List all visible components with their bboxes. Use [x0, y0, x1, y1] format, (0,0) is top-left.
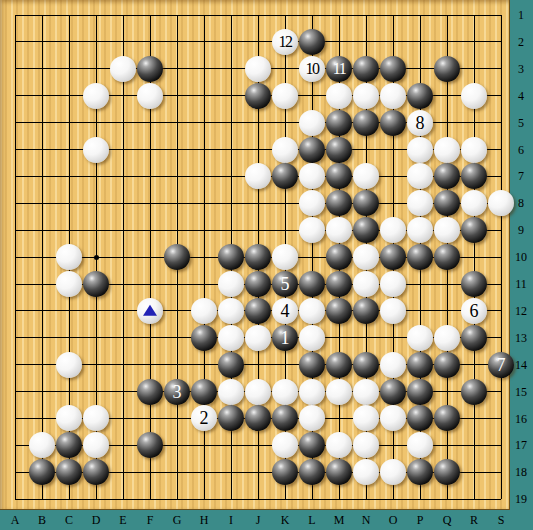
board-point-O12[interactable]: [380, 297, 407, 324]
board-point-G5[interactable]: [164, 109, 191, 136]
board-point-C12[interactable]: [56, 297, 83, 324]
board-point-I19[interactable]: [218, 486, 245, 513]
board-point-Q14[interactable]: [434, 351, 461, 378]
board-point-Q6[interactable]: [434, 136, 461, 163]
board-point-G4[interactable]: [164, 82, 191, 109]
board-point-J4[interactable]: [245, 82, 272, 109]
board-point-O16[interactable]: [380, 405, 407, 432]
board-point-E7[interactable]: [110, 163, 137, 190]
board-point-A16[interactable]: [2, 405, 29, 432]
board-point-C5[interactable]: [56, 109, 83, 136]
board-point-C15[interactable]: [56, 378, 83, 405]
board-point-K5[interactable]: [272, 109, 299, 136]
board-point-Q17[interactable]: [434, 432, 461, 459]
board-point-Q15[interactable]: [434, 378, 461, 405]
board-point-B12[interactable]: [29, 297, 56, 324]
board-point-B11[interactable]: [29, 271, 56, 298]
board-point-R4[interactable]: [461, 82, 488, 109]
board-point-K10[interactable]: [272, 244, 299, 271]
board-point-H11[interactable]: [191, 271, 218, 298]
board-point-B19[interactable]: [29, 486, 56, 513]
board-point-F7[interactable]: [137, 163, 164, 190]
board-point-E8[interactable]: [110, 190, 137, 217]
board-point-N6[interactable]: [353, 136, 380, 163]
board-point-H2[interactable]: [191, 28, 218, 55]
board-point-N3[interactable]: [353, 55, 380, 82]
board-point-N2[interactable]: [353, 28, 380, 55]
board-point-L18[interactable]: [299, 459, 326, 486]
board-point-I5[interactable]: [218, 109, 245, 136]
board-point-G15[interactable]: 3: [164, 378, 191, 405]
board-point-I9[interactable]: [218, 217, 245, 244]
board-point-Q4[interactable]: [434, 82, 461, 109]
board-point-N18[interactable]: [353, 459, 380, 486]
board-point-M6[interactable]: [326, 136, 353, 163]
board-point-N19[interactable]: [353, 486, 380, 513]
board-point-L14[interactable]: [299, 351, 326, 378]
board-point-L16[interactable]: [299, 405, 326, 432]
board-point-Q7[interactable]: [434, 163, 461, 190]
board-point-R16[interactable]: [461, 405, 488, 432]
board-point-M7[interactable]: [326, 163, 353, 190]
board-point-J8[interactable]: [245, 190, 272, 217]
board-point-D4[interactable]: [83, 82, 110, 109]
board-point-L13[interactable]: [299, 324, 326, 351]
board-point-C2[interactable]: [56, 28, 83, 55]
board-point-E4[interactable]: [110, 82, 137, 109]
board-point-J19[interactable]: [245, 486, 272, 513]
board-point-C1[interactable]: [56, 2, 83, 29]
board-point-G16[interactable]: [164, 405, 191, 432]
board-point-Q10[interactable]: [434, 244, 461, 271]
board-point-R12[interactable]: 6: [461, 297, 488, 324]
board-point-A8[interactable]: [2, 190, 29, 217]
board-point-K8[interactable]: [272, 190, 299, 217]
board-point-K16[interactable]: [272, 405, 299, 432]
board-point-I4[interactable]: [218, 82, 245, 109]
board-point-H18[interactable]: [191, 459, 218, 486]
board-point-G17[interactable]: [164, 432, 191, 459]
board-point-R15[interactable]: [461, 378, 488, 405]
board-point-C11[interactable]: [56, 271, 83, 298]
board-point-F5[interactable]: [137, 109, 164, 136]
board-point-A17[interactable]: [2, 432, 29, 459]
board-point-K6[interactable]: [272, 136, 299, 163]
board-point-R3[interactable]: [461, 55, 488, 82]
board-point-O5[interactable]: [380, 109, 407, 136]
board-point-N16[interactable]: [353, 405, 380, 432]
board-point-Q16[interactable]: [434, 405, 461, 432]
board-point-R1[interactable]: [461, 2, 488, 29]
board-point-D16[interactable]: [83, 405, 110, 432]
board-point-D6[interactable]: [83, 136, 110, 163]
board-point-I3[interactable]: [218, 55, 245, 82]
board-point-D3[interactable]: [83, 55, 110, 82]
board-point-O2[interactable]: [380, 28, 407, 55]
board-point-F14[interactable]: [137, 351, 164, 378]
board-point-H10[interactable]: [191, 244, 218, 271]
board-point-G11[interactable]: [164, 271, 191, 298]
board-point-B5[interactable]: [29, 109, 56, 136]
board-point-F3[interactable]: [137, 55, 164, 82]
board-point-K4[interactable]: [272, 82, 299, 109]
board-point-R19[interactable]: [461, 486, 488, 513]
board-point-B6[interactable]: [29, 136, 56, 163]
board-point-M1[interactable]: [326, 2, 353, 29]
board-point-J1[interactable]: [245, 2, 272, 29]
board-point-R2[interactable]: [461, 28, 488, 55]
board-point-K18[interactable]: [272, 459, 299, 486]
board-point-P8[interactable]: [407, 190, 434, 217]
board-point-G18[interactable]: [164, 459, 191, 486]
board-point-R5[interactable]: [461, 109, 488, 136]
board-point-H14[interactable]: [191, 351, 218, 378]
board-point-N4[interactable]: [353, 82, 380, 109]
board-point-F9[interactable]: [137, 217, 164, 244]
board-point-I12[interactable]: [218, 297, 245, 324]
board-point-Q11[interactable]: [434, 271, 461, 298]
board-point-C3[interactable]: [56, 55, 83, 82]
board-point-J13[interactable]: [245, 324, 272, 351]
board-point-G19[interactable]: [164, 486, 191, 513]
board-point-P13[interactable]: [407, 324, 434, 351]
board-point-F11[interactable]: [137, 271, 164, 298]
board-point-O10[interactable]: [380, 244, 407, 271]
board-point-I18[interactable]: [218, 459, 245, 486]
board-point-H7[interactable]: [191, 163, 218, 190]
board-point-E6[interactable]: [110, 136, 137, 163]
board-point-L19[interactable]: [299, 486, 326, 513]
board-point-E1[interactable]: [110, 2, 137, 29]
board-point-F17[interactable]: [137, 432, 164, 459]
board-point-I1[interactable]: [218, 2, 245, 29]
board-point-C4[interactable]: [56, 82, 83, 109]
board-point-J6[interactable]: [245, 136, 272, 163]
board-point-D8[interactable]: [83, 190, 110, 217]
board-point-G6[interactable]: [164, 136, 191, 163]
board-point-K14[interactable]: [272, 351, 299, 378]
board-point-K11[interactable]: 5: [272, 271, 299, 298]
board-point-E5[interactable]: [110, 109, 137, 136]
board-point-A15[interactable]: [2, 378, 29, 405]
board-point-O11[interactable]: [380, 271, 407, 298]
board-point-B16[interactable]: [29, 405, 56, 432]
board-point-L6[interactable]: [299, 136, 326, 163]
board-point-A3[interactable]: [2, 55, 29, 82]
board-point-K17[interactable]: [272, 432, 299, 459]
board-point-H16[interactable]: 2: [191, 405, 218, 432]
board-point-A11[interactable]: [2, 271, 29, 298]
board-point-K15[interactable]: [272, 378, 299, 405]
board-point-K2[interactable]: 12: [272, 28, 299, 55]
board-point-P4[interactable]: [407, 82, 434, 109]
board-point-M11[interactable]: [326, 271, 353, 298]
board-point-M8[interactable]: [326, 190, 353, 217]
board-point-E18[interactable]: [110, 459, 137, 486]
board-point-D19[interactable]: [83, 486, 110, 513]
board-point-M12[interactable]: [326, 297, 353, 324]
board-point-R14[interactable]: [461, 351, 488, 378]
board-point-D13[interactable]: [83, 324, 110, 351]
board-point-G7[interactable]: [164, 163, 191, 190]
board-point-A1[interactable]: [2, 2, 29, 29]
board-point-B14[interactable]: [29, 351, 56, 378]
board-point-E3[interactable]: [110, 55, 137, 82]
board-point-A7[interactable]: [2, 163, 29, 190]
board-point-A18[interactable]: [2, 459, 29, 486]
board-point-N17[interactable]: [353, 432, 380, 459]
board-point-O17[interactable]: [380, 432, 407, 459]
board-point-C6[interactable]: [56, 136, 83, 163]
board-point-H8[interactable]: [191, 190, 218, 217]
board-point-J2[interactable]: [245, 28, 272, 55]
board-point-P15[interactable]: [407, 378, 434, 405]
board-point-A12[interactable]: [2, 297, 29, 324]
board-point-A10[interactable]: [2, 244, 29, 271]
board-point-F19[interactable]: [137, 486, 164, 513]
board-point-F6[interactable]: [137, 136, 164, 163]
board-point-K12[interactable]: 4: [272, 297, 299, 324]
board-point-D10[interactable]: [83, 244, 110, 271]
board-point-H1[interactable]: [191, 2, 218, 29]
board-point-O9[interactable]: [380, 217, 407, 244]
board-point-J5[interactable]: [245, 109, 272, 136]
board-point-P3[interactable]: [407, 55, 434, 82]
board-point-I16[interactable]: [218, 405, 245, 432]
board-point-I14[interactable]: [218, 351, 245, 378]
board-point-N14[interactable]: [353, 351, 380, 378]
board-point-F1[interactable]: [137, 2, 164, 29]
board-point-F4[interactable]: [137, 82, 164, 109]
board-point-N1[interactable]: [353, 2, 380, 29]
board-point-I6[interactable]: [218, 136, 245, 163]
board-point-J11[interactable]: [245, 271, 272, 298]
board-point-R9[interactable]: [461, 217, 488, 244]
board-point-D17[interactable]: [83, 432, 110, 459]
board-point-C8[interactable]: [56, 190, 83, 217]
board-point-E17[interactable]: [110, 432, 137, 459]
board-point-P14[interactable]: [407, 351, 434, 378]
board-point-Q2[interactable]: [434, 28, 461, 55]
board-point-O1[interactable]: [380, 2, 407, 29]
board-point-D1[interactable]: [83, 2, 110, 29]
board-point-M9[interactable]: [326, 217, 353, 244]
board-point-I17[interactable]: [218, 432, 245, 459]
board-point-P9[interactable]: [407, 217, 434, 244]
board-point-I13[interactable]: [218, 324, 245, 351]
board-point-N12[interactable]: [353, 297, 380, 324]
board-point-B18[interactable]: [29, 459, 56, 486]
board-point-H17[interactable]: [191, 432, 218, 459]
board-point-H13[interactable]: [191, 324, 218, 351]
board-point-A6[interactable]: [2, 136, 29, 163]
board-point-B17[interactable]: [29, 432, 56, 459]
board-point-M18[interactable]: [326, 459, 353, 486]
board-point-O8[interactable]: [380, 190, 407, 217]
board-point-P18[interactable]: [407, 459, 434, 486]
board-point-J15[interactable]: [245, 378, 272, 405]
board-point-G2[interactable]: [164, 28, 191, 55]
board-point-C18[interactable]: [56, 459, 83, 486]
board-point-I10[interactable]: [218, 244, 245, 271]
board-point-M3[interactable]: 11: [326, 55, 353, 82]
board-point-Q3[interactable]: [434, 55, 461, 82]
board-point-K13[interactable]: 1: [272, 324, 299, 351]
board-point-C10[interactable]: [56, 244, 83, 271]
board-point-Q18[interactable]: [434, 459, 461, 486]
board-point-N5[interactable]: [353, 109, 380, 136]
board-point-L17[interactable]: [299, 432, 326, 459]
board-point-O15[interactable]: [380, 378, 407, 405]
board-point-J18[interactable]: [245, 459, 272, 486]
board-point-B8[interactable]: [29, 190, 56, 217]
board-point-P5[interactable]: 8: [407, 109, 434, 136]
board-point-R11[interactable]: [461, 271, 488, 298]
board-point-E14[interactable]: [110, 351, 137, 378]
board-point-N10[interactable]: [353, 244, 380, 271]
board-point-P10[interactable]: [407, 244, 434, 271]
board-point-N8[interactable]: [353, 190, 380, 217]
board-point-D2[interactable]: [83, 28, 110, 55]
board-point-M4[interactable]: [326, 82, 353, 109]
board-point-G3[interactable]: [164, 55, 191, 82]
board-point-A9[interactable]: [2, 217, 29, 244]
board-point-A4[interactable]: [2, 82, 29, 109]
board-point-C16[interactable]: [56, 405, 83, 432]
board-point-R13[interactable]: [461, 324, 488, 351]
board-point-C14[interactable]: [56, 351, 83, 378]
board-point-J17[interactable]: [245, 432, 272, 459]
board-point-D14[interactable]: [83, 351, 110, 378]
board-point-O19[interactable]: [380, 486, 407, 513]
board-point-E19[interactable]: [110, 486, 137, 513]
board-point-D18[interactable]: [83, 459, 110, 486]
board-point-P12[interactable]: [407, 297, 434, 324]
board-point-P16[interactable]: [407, 405, 434, 432]
board-point-D5[interactable]: [83, 109, 110, 136]
board-point-E11[interactable]: [110, 271, 137, 298]
board-point-G12[interactable]: [164, 297, 191, 324]
board-point-M13[interactable]: [326, 324, 353, 351]
board-point-L10[interactable]: [299, 244, 326, 271]
board-point-E10[interactable]: [110, 244, 137, 271]
board-point-D12[interactable]: [83, 297, 110, 324]
board-point-A5[interactable]: [2, 109, 29, 136]
board-point-P11[interactable]: [407, 271, 434, 298]
board-point-L1[interactable]: [299, 2, 326, 29]
board-point-M2[interactable]: [326, 28, 353, 55]
board-point-G13[interactable]: [164, 324, 191, 351]
board-point-H3[interactable]: [191, 55, 218, 82]
board-point-M14[interactable]: [326, 351, 353, 378]
board-point-A19[interactable]: [2, 486, 29, 513]
board-point-A2[interactable]: [2, 28, 29, 55]
board-point-B15[interactable]: [29, 378, 56, 405]
board-point-L3[interactable]: 10: [299, 55, 326, 82]
board-point-J14[interactable]: [245, 351, 272, 378]
board-point-M17[interactable]: [326, 432, 353, 459]
board-point-A14[interactable]: [2, 351, 29, 378]
board-point-E16[interactable]: [110, 405, 137, 432]
board-point-O4[interactable]: [380, 82, 407, 109]
board-point-J10[interactable]: [245, 244, 272, 271]
board-point-Q1[interactable]: [434, 2, 461, 29]
board-point-H4[interactable]: [191, 82, 218, 109]
board-point-O7[interactable]: [380, 163, 407, 190]
board-point-P6[interactable]: [407, 136, 434, 163]
board-point-P7[interactable]: [407, 163, 434, 190]
board-point-P2[interactable]: [407, 28, 434, 55]
board-point-G14[interactable]: [164, 351, 191, 378]
board-point-K9[interactable]: [272, 217, 299, 244]
board-point-O6[interactable]: [380, 136, 407, 163]
board-point-E12[interactable]: [110, 297, 137, 324]
board-point-B13[interactable]: [29, 324, 56, 351]
board-point-J9[interactable]: [245, 217, 272, 244]
board-point-I7[interactable]: [218, 163, 245, 190]
board-point-D9[interactable]: [83, 217, 110, 244]
board-point-O3[interactable]: [380, 55, 407, 82]
board-point-P19[interactable]: [407, 486, 434, 513]
board-point-C17[interactable]: [56, 432, 83, 459]
board-point-C13[interactable]: [56, 324, 83, 351]
board-point-B1[interactable]: [29, 2, 56, 29]
board-point-F15[interactable]: [137, 378, 164, 405]
board-point-E2[interactable]: [110, 28, 137, 55]
board-point-L7[interactable]: [299, 163, 326, 190]
board-point-R10[interactable]: [461, 244, 488, 271]
board-point-Q8[interactable]: [434, 190, 461, 217]
board-point-D7[interactable]: [83, 163, 110, 190]
board-point-Q12[interactable]: [434, 297, 461, 324]
board-point-N7[interactable]: [353, 163, 380, 190]
board-point-B4[interactable]: [29, 82, 56, 109]
board-point-O14[interactable]: [380, 351, 407, 378]
board-point-P1[interactable]: [407, 2, 434, 29]
board-point-H5[interactable]: [191, 109, 218, 136]
board-point-R8[interactable]: [461, 190, 488, 217]
board-point-E13[interactable]: [110, 324, 137, 351]
board-point-I15[interactable]: [218, 378, 245, 405]
board-point-O18[interactable]: [380, 459, 407, 486]
board-point-L12[interactable]: [299, 297, 326, 324]
board-point-K19[interactable]: [272, 486, 299, 513]
board-point-B2[interactable]: [29, 28, 56, 55]
board-point-C9[interactable]: [56, 217, 83, 244]
board-point-B7[interactable]: [29, 163, 56, 190]
board-point-K7[interactable]: [272, 163, 299, 190]
board-point-H6[interactable]: [191, 136, 218, 163]
board-point-G9[interactable]: [164, 217, 191, 244]
board-point-E9[interactable]: [110, 217, 137, 244]
board-point-R7[interactable]: [461, 163, 488, 190]
board-point-B3[interactable]: [29, 55, 56, 82]
board-point-M16[interactable]: [326, 405, 353, 432]
board-point-F13[interactable]: [137, 324, 164, 351]
board-point-L4[interactable]: [299, 82, 326, 109]
board-point-A13[interactable]: [2, 324, 29, 351]
board-point-M5[interactable]: [326, 109, 353, 136]
board-point-L11[interactable]: [299, 271, 326, 298]
board-point-F2[interactable]: [137, 28, 164, 55]
board-point-E15[interactable]: [110, 378, 137, 405]
board-point-D15[interactable]: [83, 378, 110, 405]
board-point-J7[interactable]: [245, 163, 272, 190]
board-point-Q13[interactable]: [434, 324, 461, 351]
board-point-L2[interactable]: [299, 28, 326, 55]
board-point-H15[interactable]: [191, 378, 218, 405]
board-point-K3[interactable]: [272, 55, 299, 82]
